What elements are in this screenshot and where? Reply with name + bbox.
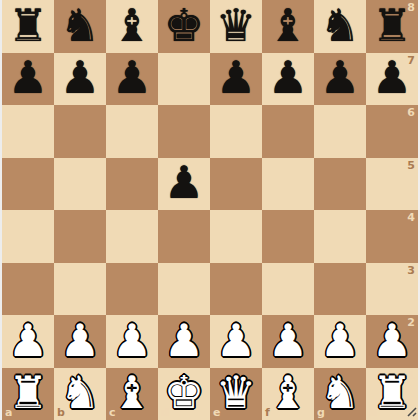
black-pawn[interactable]: ♟ [268, 55, 308, 100]
black-pawn[interactable]: ♟ [372, 55, 412, 100]
square-a1[interactable]: ♜a [2, 368, 54, 420]
white-pawn[interactable]: ♟ [60, 318, 100, 363]
square-h4[interactable]: 4 [366, 210, 418, 263]
square-f5[interactable] [262, 158, 314, 211]
rank-label-7: 7 [407, 55, 415, 66]
rank-label-6: 6 [407, 107, 415, 118]
square-h2[interactable]: ♟2 [366, 315, 418, 368]
square-g4[interactable] [314, 210, 366, 263]
square-g3[interactable] [314, 263, 366, 316]
square-b1[interactable]: ♞b [54, 368, 106, 420]
square-f4[interactable] [262, 210, 314, 263]
square-a5[interactable] [2, 158, 54, 211]
square-g5[interactable] [314, 158, 366, 211]
white-queen[interactable]: ♛ [216, 370, 256, 415]
square-a4[interactable] [2, 210, 54, 263]
square-h8[interactable]: ♜8 [366, 0, 418, 53]
white-bishop[interactable]: ♝ [268, 370, 308, 415]
black-bishop[interactable]: ♝ [112, 3, 152, 48]
square-a6[interactable] [2, 105, 54, 158]
square-d5[interactable]: ♟ [158, 158, 210, 211]
square-h3[interactable]: 3 [366, 263, 418, 316]
square-a8[interactable]: ♜ [2, 0, 54, 53]
white-bishop[interactable]: ♝ [112, 370, 152, 415]
square-f2[interactable]: ♟ [262, 315, 314, 368]
square-c5[interactable] [106, 158, 158, 211]
square-g2[interactable]: ♟ [314, 315, 366, 368]
file-label-d: d [161, 407, 169, 418]
black-knight[interactable]: ♞ [320, 3, 360, 48]
square-d1[interactable]: ♚d [158, 368, 210, 420]
square-e3[interactable] [210, 263, 262, 316]
square-e1[interactable]: ♛e [210, 368, 262, 420]
black-pawn[interactable]: ♟ [320, 55, 360, 100]
file-label-f: f [265, 407, 270, 418]
white-pawn[interactable]: ♟ [268, 318, 308, 363]
left-edge-strip [0, 0, 2, 420]
square-d7[interactable] [158, 53, 210, 106]
black-pawn[interactable]: ♟ [112, 55, 152, 100]
square-g1[interactable]: ♞g [314, 368, 366, 420]
square-d8[interactable]: ♚ [158, 0, 210, 53]
square-d3[interactable] [158, 263, 210, 316]
file-label-e: e [213, 407, 220, 418]
square-b8[interactable]: ♞ [54, 0, 106, 53]
white-pawn[interactable]: ♟ [164, 318, 204, 363]
white-pawn[interactable]: ♟ [8, 318, 48, 363]
square-d6[interactable] [158, 105, 210, 158]
square-a2[interactable]: ♟ [2, 315, 54, 368]
square-b3[interactable] [54, 263, 106, 316]
square-c6[interactable] [106, 105, 158, 158]
file-label-b: b [57, 407, 65, 418]
file-label-g: g [317, 407, 325, 418]
square-b6[interactable] [54, 105, 106, 158]
square-f6[interactable] [262, 105, 314, 158]
white-king[interactable]: ♚ [164, 370, 204, 415]
black-rook[interactable]: ♜ [8, 3, 48, 48]
white-rook[interactable]: ♜ [8, 370, 48, 415]
white-pawn[interactable]: ♟ [216, 318, 256, 363]
square-e5[interactable] [210, 158, 262, 211]
square-f7[interactable]: ♟ [262, 53, 314, 106]
black-pawn[interactable]: ♟ [60, 55, 100, 100]
square-a7[interactable]: ♟ [2, 53, 54, 106]
black-pawn[interactable]: ♟ [164, 160, 204, 205]
chess-board-stage: ♜♞♝♚♛♝♞♜8♟♟♟♟♟♟♟76♟543♟♟♟♟♟♟♟♟2♜a♞b♝c♚d♛… [0, 0, 420, 420]
black-bishop[interactable]: ♝ [268, 3, 308, 48]
file-label-c: c [109, 407, 116, 418]
white-pawn[interactable]: ♟ [372, 318, 412, 363]
square-b4[interactable] [54, 210, 106, 263]
white-knight[interactable]: ♞ [320, 370, 360, 415]
square-c4[interactable] [106, 210, 158, 263]
file-label-a: a [5, 407, 12, 418]
square-d4[interactable] [158, 210, 210, 263]
black-rook[interactable]: ♜ [372, 3, 412, 48]
rank-label-2: 2 [407, 317, 415, 328]
rank-label-1: 1 [407, 370, 415, 381]
white-knight[interactable]: ♞ [60, 370, 100, 415]
square-e4[interactable] [210, 210, 262, 263]
rank-label-5: 5 [407, 160, 415, 171]
chess-board[interactable]: ♜♞♝♚♛♝♞♜8♟♟♟♟♟♟♟76♟543♟♟♟♟♟♟♟♟2♜a♞b♝c♚d♛… [2, 0, 418, 420]
square-e2[interactable]: ♟ [210, 315, 262, 368]
square-b2[interactable]: ♟ [54, 315, 106, 368]
white-pawn[interactable]: ♟ [112, 318, 152, 363]
square-h5[interactable]: 5 [366, 158, 418, 211]
square-f1[interactable]: ♝f [262, 368, 314, 420]
square-h6[interactable]: 6 [366, 105, 418, 158]
file-label-h: h [369, 407, 377, 418]
square-b7[interactable]: ♟ [54, 53, 106, 106]
board-resize-handle-icon[interactable] [403, 403, 417, 417]
square-g6[interactable] [314, 105, 366, 158]
square-e7[interactable]: ♟ [210, 53, 262, 106]
square-a3[interactable] [2, 263, 54, 316]
square-g7[interactable]: ♟ [314, 53, 366, 106]
square-g8[interactable]: ♞ [314, 0, 366, 53]
square-c1[interactable]: ♝c [106, 368, 158, 420]
rank-label-4: 4 [407, 212, 415, 223]
rank-label-8: 8 [407, 2, 415, 13]
black-pawn[interactable]: ♟ [216, 55, 256, 100]
square-c2[interactable]: ♟ [106, 315, 158, 368]
square-e8[interactable]: ♛ [210, 0, 262, 53]
square-c7[interactable]: ♟ [106, 53, 158, 106]
square-f8[interactable]: ♝ [262, 0, 314, 53]
square-f3[interactable] [262, 263, 314, 316]
square-d2[interactable]: ♟ [158, 315, 210, 368]
black-knight[interactable]: ♞ [60, 3, 100, 48]
square-b5[interactable] [54, 158, 106, 211]
black-king[interactable]: ♚ [164, 3, 204, 48]
black-queen[interactable]: ♛ [216, 3, 256, 48]
square-c3[interactable] [106, 263, 158, 316]
square-e6[interactable] [210, 105, 262, 158]
black-pawn[interactable]: ♟ [8, 55, 48, 100]
square-h7[interactable]: ♟7 [366, 53, 418, 106]
white-pawn[interactable]: ♟ [320, 318, 360, 363]
square-c8[interactable]: ♝ [106, 0, 158, 53]
rank-label-3: 3 [407, 265, 415, 276]
